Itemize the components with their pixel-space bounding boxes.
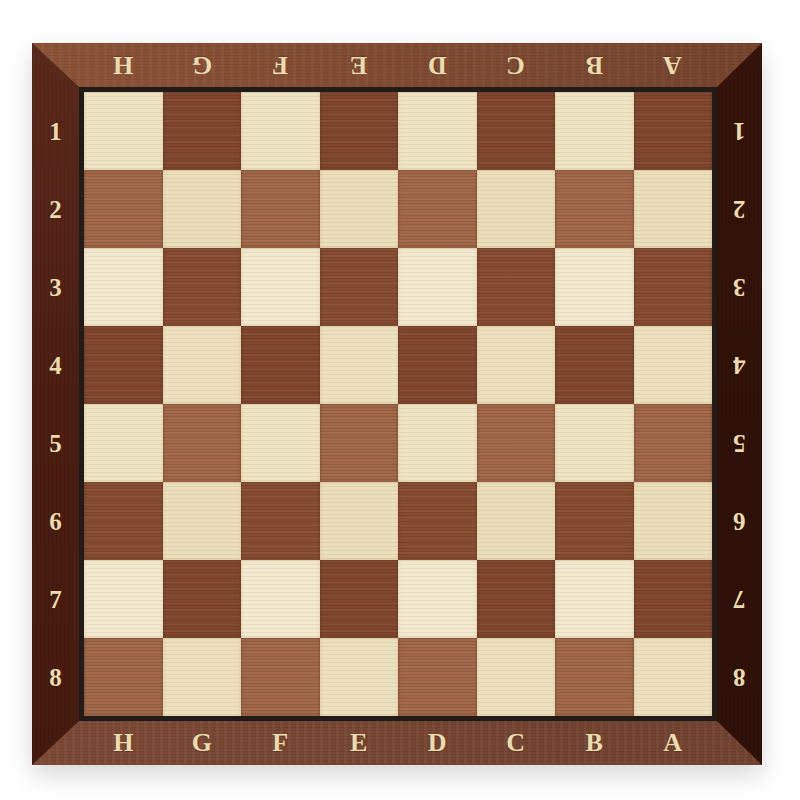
- rank-label-cell: 6: [32, 482, 79, 560]
- file-label-cell: F: [241, 43, 320, 87]
- square-e4[interactable]: [320, 326, 399, 404]
- file-label-cell: G: [163, 43, 242, 87]
- file-label-cell: H: [84, 43, 163, 87]
- square-a1[interactable]: [634, 92, 713, 170]
- rank-label-cell: 1: [717, 92, 762, 170]
- rank-label-left-6: 6: [49, 509, 62, 534]
- rank-label-left-4: 4: [49, 353, 62, 378]
- square-f8[interactable]: [241, 638, 320, 716]
- square-b8[interactable]: [555, 638, 634, 716]
- square-f1[interactable]: [241, 92, 320, 170]
- rank-label-cell: 3: [32, 248, 79, 326]
- square-e1[interactable]: [320, 92, 399, 170]
- file-label-cell: C: [477, 721, 556, 765]
- rank-label-cell: 8: [32, 638, 79, 716]
- square-d3[interactable]: [398, 248, 477, 326]
- square-g1[interactable]: [163, 92, 242, 170]
- square-f3[interactable]: [241, 248, 320, 326]
- rank-label-left-5: 5: [49, 431, 62, 456]
- rank-label-right-4: 4: [733, 353, 746, 378]
- rank-label-right-7: 7: [733, 587, 746, 612]
- file-labels-bottom: HGFEDCBA: [84, 721, 712, 765]
- square-f6[interactable]: [241, 482, 320, 560]
- square-h2[interactable]: [84, 170, 163, 248]
- rank-label-left-2: 2: [49, 197, 62, 222]
- square-e3[interactable]: [320, 248, 399, 326]
- rank-label-cell: 5: [717, 404, 762, 482]
- square-a7[interactable]: [634, 560, 713, 638]
- square-h5[interactable]: [84, 404, 163, 482]
- square-f7[interactable]: [241, 560, 320, 638]
- rank-label-left-3: 3: [49, 275, 62, 300]
- square-g2[interactable]: [163, 170, 242, 248]
- square-g3[interactable]: [163, 248, 242, 326]
- chessboard: HGFEDCBA HGFEDCBA 12345678 12345678: [32, 43, 762, 765]
- file-label-cell: D: [398, 721, 477, 765]
- square-h7[interactable]: [84, 560, 163, 638]
- file-label-bottom-g: G: [192, 730, 212, 756]
- square-c2[interactable]: [477, 170, 556, 248]
- file-labels-top: HGFEDCBA: [84, 43, 712, 87]
- square-c3[interactable]: [477, 248, 556, 326]
- rank-labels-left: 12345678: [32, 92, 79, 716]
- square-b7[interactable]: [555, 560, 634, 638]
- file-label-top-d: D: [428, 52, 447, 78]
- file-label-cell: E: [320, 43, 399, 87]
- square-d1[interactable]: [398, 92, 477, 170]
- rank-label-right-5: 5: [733, 431, 746, 456]
- rank-label-cell: 4: [32, 326, 79, 404]
- file-label-cell: A: [634, 721, 713, 765]
- square-f2[interactable]: [241, 170, 320, 248]
- file-label-bottom-h: H: [113, 730, 133, 756]
- file-label-cell: B: [555, 43, 634, 87]
- rank-label-left-8: 8: [49, 665, 62, 690]
- file-label-bottom-b: B: [586, 730, 603, 756]
- square-a5[interactable]: [634, 404, 713, 482]
- square-c7[interactable]: [477, 560, 556, 638]
- square-b2[interactable]: [555, 170, 634, 248]
- file-label-top-g: G: [192, 52, 212, 78]
- rank-label-left-1: 1: [49, 119, 62, 144]
- square-d4[interactable]: [398, 326, 477, 404]
- file-label-cell: E: [320, 721, 399, 765]
- file-label-cell: G: [163, 721, 242, 765]
- square-a4[interactable]: [634, 326, 713, 404]
- file-label-top-h: H: [113, 52, 133, 78]
- square-h1[interactable]: [84, 92, 163, 170]
- square-e7[interactable]: [320, 560, 399, 638]
- file-label-cell: A: [634, 43, 713, 87]
- square-c1[interactable]: [477, 92, 556, 170]
- frame-left: [32, 43, 79, 765]
- square-a8[interactable]: [634, 638, 713, 716]
- square-b6[interactable]: [555, 482, 634, 560]
- square-f4[interactable]: [241, 326, 320, 404]
- file-label-bottom-f: F: [272, 730, 288, 756]
- square-e8[interactable]: [320, 638, 399, 716]
- file-label-top-c: C: [506, 52, 525, 78]
- rank-label-cell: 1: [32, 92, 79, 170]
- square-b5[interactable]: [555, 404, 634, 482]
- square-c8[interactable]: [477, 638, 556, 716]
- square-h4[interactable]: [84, 326, 163, 404]
- rank-label-right-2: 2: [733, 197, 746, 222]
- file-label-top-b: B: [586, 52, 603, 78]
- square-g4[interactable]: [163, 326, 242, 404]
- square-d2[interactable]: [398, 170, 477, 248]
- rank-label-cell: 2: [32, 170, 79, 248]
- square-c5[interactable]: [477, 404, 556, 482]
- rank-label-left-7: 7: [49, 587, 62, 612]
- file-label-bottom-d: D: [428, 730, 447, 756]
- rank-label-cell: 5: [32, 404, 79, 482]
- square-h6[interactable]: [84, 482, 163, 560]
- frame-top: [32, 43, 762, 87]
- file-label-cell: F: [241, 721, 320, 765]
- file-label-top-e: E: [350, 52, 367, 78]
- square-d7[interactable]: [398, 560, 477, 638]
- square-b1[interactable]: [555, 92, 634, 170]
- file-label-bottom-e: E: [350, 730, 367, 756]
- square-g6[interactable]: [163, 482, 242, 560]
- file-label-cell: C: [477, 43, 556, 87]
- rank-label-right-8: 8: [733, 665, 746, 690]
- square-a2[interactable]: [634, 170, 713, 248]
- square-h3[interactable]: [84, 248, 163, 326]
- square-b3[interactable]: [555, 248, 634, 326]
- square-a6[interactable]: [634, 482, 713, 560]
- file-label-bottom-a: A: [663, 730, 682, 756]
- rank-label-right-3: 3: [733, 275, 746, 300]
- rank-label-right-1: 1: [733, 119, 746, 144]
- file-label-top-f: F: [272, 52, 288, 78]
- square-g8[interactable]: [163, 638, 242, 716]
- square-g5[interactable]: [163, 404, 242, 482]
- frame-right: [717, 43, 762, 765]
- square-e5[interactable]: [320, 404, 399, 482]
- square-e6[interactable]: [320, 482, 399, 560]
- rank-label-cell: 7: [717, 560, 762, 638]
- file-label-cell: H: [84, 721, 163, 765]
- square-e2[interactable]: [320, 170, 399, 248]
- square-b4[interactable]: [555, 326, 634, 404]
- rank-label-cell: 3: [717, 248, 762, 326]
- playing-area-border: [79, 87, 717, 721]
- rank-label-cell: 2: [717, 170, 762, 248]
- square-c6[interactable]: [477, 482, 556, 560]
- rank-label-cell: 7: [32, 560, 79, 638]
- square-d5[interactable]: [398, 404, 477, 482]
- rank-label-cell: 6: [717, 482, 762, 560]
- square-h8[interactable]: [84, 638, 163, 716]
- rank-label-right-6: 6: [733, 509, 746, 534]
- file-label-cell: B: [555, 721, 634, 765]
- squares-grid: [84, 92, 712, 716]
- square-f5[interactable]: [241, 404, 320, 482]
- square-c4[interactable]: [477, 326, 556, 404]
- frame-bottom: [32, 721, 762, 765]
- square-g7[interactable]: [163, 560, 242, 638]
- file-label-bottom-c: C: [506, 730, 525, 756]
- file-label-top-a: A: [663, 52, 682, 78]
- rank-labels-right: 12345678: [717, 92, 762, 716]
- file-label-cell: D: [398, 43, 477, 87]
- square-d8[interactable]: [398, 638, 477, 716]
- rank-label-cell: 8: [717, 638, 762, 716]
- square-a3[interactable]: [634, 248, 713, 326]
- rank-label-cell: 4: [717, 326, 762, 404]
- square-d6[interactable]: [398, 482, 477, 560]
